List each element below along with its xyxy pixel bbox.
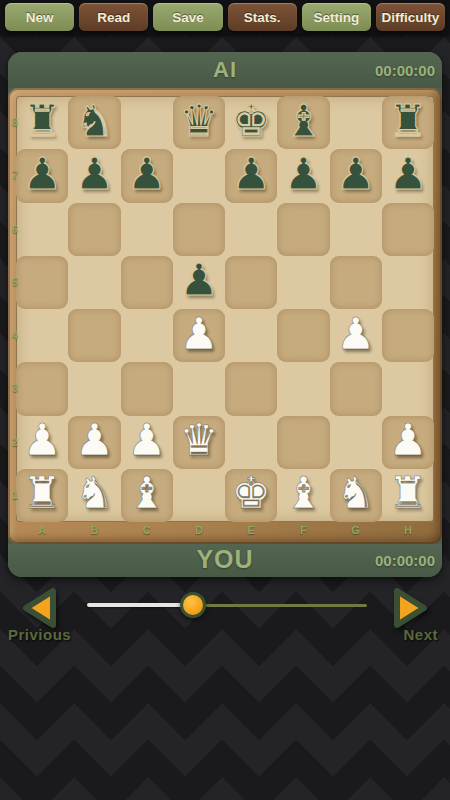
square-b4[interactable]: [68, 309, 120, 362]
square-b6[interactable]: [68, 203, 120, 256]
square-b7[interactable]: ♟: [68, 149, 120, 202]
black-pawn[interactable]: ♟: [336, 152, 375, 196]
rank-label-7: 7: [9, 149, 21, 202]
white-pawn[interactable]: ♟: [179, 312, 218, 356]
next-label[interactable]: Next: [403, 626, 438, 643]
square-d5[interactable]: ♟: [173, 256, 225, 309]
file-label-f: F: [277, 524, 329, 543]
square-h1[interactable]: ♜: [382, 469, 434, 522]
square-d2[interactable]: ♛: [173, 416, 225, 469]
square-a2[interactable]: ♟: [16, 416, 68, 469]
previous-label[interactable]: Privious: [8, 626, 71, 643]
next-button[interactable]: [386, 584, 434, 632]
square-h7[interactable]: ♟: [382, 149, 434, 202]
square-e3[interactable]: [225, 362, 277, 415]
square-d1[interactable]: [173, 469, 225, 522]
move-slider[interactable]: [87, 592, 367, 618]
black-rook[interactable]: ♜: [22, 99, 61, 143]
black-knight[interactable]: ♞: [75, 99, 114, 143]
square-e2[interactable]: [225, 416, 277, 469]
square-h4[interactable]: [382, 309, 434, 362]
white-pawn[interactable]: ♟: [75, 418, 114, 462]
game-panel: AI 00:00:00 ♜♞♛♚♝♜♟♟♟♟♟♟♟♟♟♟♟♟♟♛♟♜♞♝♚♝♞♜…: [8, 52, 442, 577]
white-knight[interactable]: ♞: [75, 471, 114, 515]
file-label-a: A: [16, 524, 68, 543]
square-f4[interactable]: [277, 309, 329, 362]
rank-label-5: 5: [9, 256, 21, 309]
square-f8[interactable]: ♝: [277, 96, 329, 149]
board-grid[interactable]: ♜♞♛♚♝♜♟♟♟♟♟♟♟♟♟♟♟♟♟♛♟♜♞♝♚♝♞♜: [16, 96, 434, 522]
square-c2[interactable]: ♟: [121, 416, 173, 469]
rank-label-1: 1: [9, 469, 21, 522]
square-e6[interactable]: [225, 203, 277, 256]
square-e7[interactable]: ♟: [225, 149, 277, 202]
square-f2[interactable]: [277, 416, 329, 469]
square-g7[interactable]: ♟: [330, 149, 382, 202]
black-pawn[interactable]: ♟: [388, 152, 427, 196]
rank-label-4: 4: [9, 309, 21, 362]
you-player-bar: YOU 00:00:00: [8, 544, 442, 577]
square-b8[interactable]: ♞: [68, 96, 120, 149]
square-g2[interactable]: [330, 416, 382, 469]
square-h3[interactable]: [382, 362, 434, 415]
square-d6[interactable]: [173, 203, 225, 256]
right-triangle-icon: [386, 584, 434, 632]
square-a4[interactable]: [16, 309, 68, 362]
square-h6[interactable]: [382, 203, 434, 256]
previous-button[interactable]: [16, 584, 64, 632]
square-c5[interactable]: [121, 256, 173, 309]
square-b5[interactable]: [68, 256, 120, 309]
slider-track-elapsed[interactable]: [87, 603, 193, 607]
read-button[interactable]: Read: [79, 3, 148, 31]
difficulty-button[interactable]: Difficulty: [376, 3, 445, 31]
white-bishop[interactable]: ♝: [284, 471, 323, 515]
file-label-c: C: [121, 524, 173, 543]
white-queen[interactable]: ♛: [179, 418, 218, 462]
square-c7[interactable]: ♟: [121, 149, 173, 202]
square-h5[interactable]: [382, 256, 434, 309]
white-pawn[interactable]: ♟: [388, 418, 427, 462]
black-rook[interactable]: ♜: [388, 99, 427, 143]
square-e4[interactable]: [225, 309, 277, 362]
square-c6[interactable]: [121, 203, 173, 256]
save-button[interactable]: Save: [153, 3, 222, 31]
square-c1[interactable]: ♝: [121, 469, 173, 522]
square-d4[interactable]: ♟: [173, 309, 225, 362]
square-c3[interactable]: [121, 362, 173, 415]
rank-label-8: 8: [9, 96, 21, 149]
slider-track-remaining[interactable]: [205, 604, 367, 607]
square-b1[interactable]: ♞: [68, 469, 120, 522]
black-pawn[interactable]: ♟: [179, 258, 218, 302]
chess-board[interactable]: ♜♞♛♚♝♜♟♟♟♟♟♟♟♟♟♟♟♟♟♛♟♜♞♝♚♝♞♜ 87654321 AB…: [8, 88, 442, 544]
square-f7[interactable]: ♟: [277, 149, 329, 202]
rank-label-3: 3: [9, 362, 21, 415]
square-d7[interactable]: [173, 149, 225, 202]
square-d8[interactable]: ♛: [173, 96, 225, 149]
square-e1[interactable]: ♚: [225, 469, 277, 522]
setting-button[interactable]: Setting: [302, 3, 371, 31]
black-pawn[interactable]: ♟: [22, 152, 61, 196]
square-g1[interactable]: ♞: [330, 469, 382, 522]
ai-player-bar: AI 00:00:00: [8, 52, 442, 88]
square-e8[interactable]: ♚: [225, 96, 277, 149]
square-c8[interactable]: [121, 96, 173, 149]
rank-label-2: 2: [9, 416, 21, 469]
square-a1[interactable]: ♜: [16, 469, 68, 522]
black-pawn[interactable]: ♟: [231, 152, 270, 196]
you-timer: 00:00:00: [375, 552, 435, 569]
square-g6[interactable]: [330, 203, 382, 256]
white-pawn[interactable]: ♟: [336, 312, 375, 356]
stats-button[interactable]: Stats.: [228, 3, 297, 31]
white-rook[interactable]: ♜: [22, 471, 61, 515]
white-king[interactable]: ♚: [231, 471, 270, 515]
file-label-h: H: [382, 524, 434, 543]
square-h8[interactable]: ♜: [382, 96, 434, 149]
square-a6[interactable]: [16, 203, 68, 256]
white-knight[interactable]: ♞: [336, 471, 375, 515]
file-label-d: D: [173, 524, 225, 543]
white-rook[interactable]: ♜: [388, 471, 427, 515]
new-button[interactable]: New: [5, 3, 74, 31]
square-d3[interactable]: [173, 362, 225, 415]
square-g8[interactable]: [330, 96, 382, 149]
black-pawn[interactable]: ♟: [75, 152, 114, 196]
square-g3[interactable]: [330, 362, 382, 415]
square-g4[interactable]: ♟: [330, 309, 382, 362]
white-bishop[interactable]: ♝: [127, 471, 166, 515]
square-b2[interactable]: ♟: [68, 416, 120, 469]
square-f1[interactable]: ♝: [277, 469, 329, 522]
square-c4[interactable]: [121, 309, 173, 362]
rank-labels: 87654321: [9, 96, 21, 522]
square-e5[interactable]: [225, 256, 277, 309]
file-labels: ABCDEFGH: [16, 524, 434, 543]
square-g5[interactable]: [330, 256, 382, 309]
square-f3[interactable]: [277, 362, 329, 415]
rank-label-6: 6: [9, 203, 21, 256]
left-triangle-icon: [16, 584, 64, 632]
white-pawn[interactable]: ♟: [22, 418, 61, 462]
file-label-b: B: [68, 524, 120, 543]
slider-thumb[interactable]: [180, 592, 206, 618]
ai-timer: 00:00:00: [375, 62, 435, 79]
black-bishop[interactable]: ♝: [284, 99, 323, 143]
square-f5[interactable]: [277, 256, 329, 309]
black-king[interactable]: ♚: [231, 99, 270, 143]
white-pawn[interactable]: ♟: [127, 418, 166, 462]
square-b3[interactable]: [68, 362, 120, 415]
toolbar: NewReadSaveStats.SettingDifficulty: [0, 0, 450, 34]
file-label-g: G: [330, 524, 382, 543]
square-a3[interactable]: [16, 362, 68, 415]
file-label-e: E: [225, 524, 277, 543]
square-h2[interactable]: ♟: [382, 416, 434, 469]
square-a8[interactable]: ♜: [16, 96, 68, 149]
square-f6[interactable]: [277, 203, 329, 256]
black-pawn[interactable]: ♟: [127, 152, 166, 196]
black-queen[interactable]: ♛: [179, 99, 218, 143]
square-a5[interactable]: [16, 256, 68, 309]
square-a7[interactable]: ♟: [16, 149, 68, 202]
app-screen: NewReadSaveStats.SettingDifficulty AI 00…: [0, 0, 450, 800]
black-pawn[interactable]: ♟: [284, 152, 323, 196]
